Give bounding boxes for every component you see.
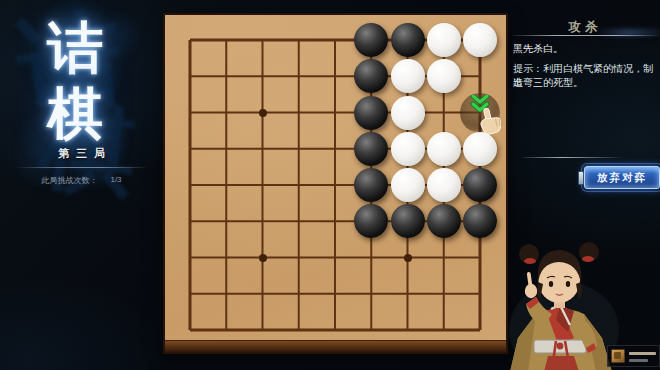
black-stone (427, 204, 461, 238)
give-up-button[interactable]: 放弃对弈 (584, 166, 660, 189)
white-stone (427, 59, 461, 93)
notification-text-line (629, 352, 656, 355)
right-panel: 攻杀 黑先杀白。 提示：利用白棋气紧的情况，制造 出弯三的死型。 放弃对弈 (508, 0, 660, 220)
notification-toast (607, 345, 660, 367)
left-panel-divider (18, 167, 146, 168)
white-stone (391, 168, 425, 202)
black-stone (391, 204, 425, 238)
notification-text-line (629, 359, 648, 362)
board-side-edge (165, 340, 506, 352)
black-stone (463, 204, 497, 238)
black-stone (354, 23, 388, 57)
hand-cursor-icon (472, 102, 511, 141)
hint-text-line-2: 出弯三的死型。 (513, 76, 660, 90)
title-calligraphy-char-2: 棋 (0, 82, 150, 144)
white-stone (427, 168, 461, 202)
attempts-row: 此局挑战次数： 1/3 (0, 175, 163, 186)
white-stone (427, 132, 461, 166)
go-puzzle-screen: 诘 棋 诘 棋 第三局 此局挑战次数： 1/3 (0, 0, 660, 370)
white-stone (391, 59, 425, 93)
round-label: 第三局 (0, 146, 163, 161)
suggested-move-indicator[interactable] (458, 91, 514, 147)
black-stone (354, 132, 388, 166)
black-stone (354, 96, 388, 130)
hoshi-point (259, 109, 267, 117)
attempts-value: 1/3 (110, 175, 121, 186)
puzzle-type-title: 攻杀 (508, 19, 658, 36)
title-calligraphy-char-1: 诘 (0, 16, 150, 78)
white-stone (427, 23, 461, 57)
attempts-label: 此局挑战次数： (41, 175, 97, 186)
black-stone (354, 168, 388, 202)
white-stone (391, 132, 425, 166)
white-stone (463, 23, 497, 57)
right-panel-divider-bottom (522, 157, 622, 158)
black-stone (391, 23, 425, 57)
right-panel-divider-top (512, 35, 658, 36)
item-icon (611, 349, 625, 363)
objective-text: 黑先杀白。 (513, 42, 659, 56)
board-face[interactable] (165, 15, 506, 340)
hoshi-point (259, 254, 267, 262)
white-stone (391, 96, 425, 130)
go-board[interactable] (163, 13, 508, 354)
hoshi-point (404, 254, 412, 262)
black-stone (463, 168, 497, 202)
left-panel: 诘 棋 诘 棋 第三局 此局挑战次数： 1/3 (0, 0, 163, 370)
